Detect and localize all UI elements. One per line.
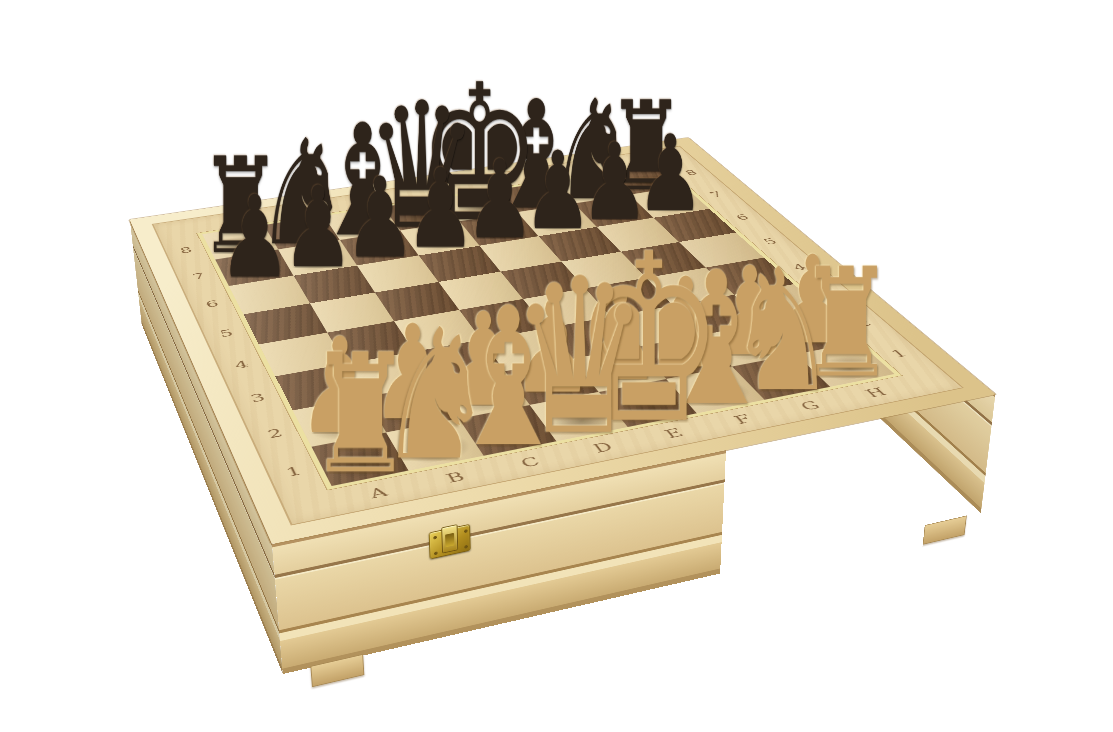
product-photo-scene: ♜♞♝♛♚♝♞♜♟♟♟♟♟♟♟♟♟♟♟♟♟♟♟♟♜♞♝♛♚♝♞♜ ABCDEFG…: [0, 0, 1113, 732]
latch-icon: [429, 524, 471, 560]
square-a7[interactable]: ♟: [215, 250, 293, 286]
brass-latch-front: [429, 524, 471, 560]
box-foot-front-left: [310, 654, 364, 687]
box-foot-front-right: [923, 515, 967, 544]
chess-box: ♜♞♝♛♚♝♞♜♟♟♟♟♟♟♟♟♟♟♟♟♟♟♟♟♜♞♝♛♚♝♞♜ ABCDEFG…: [130, 138, 996, 544]
box-foot-back-left: [145, 333, 154, 369]
